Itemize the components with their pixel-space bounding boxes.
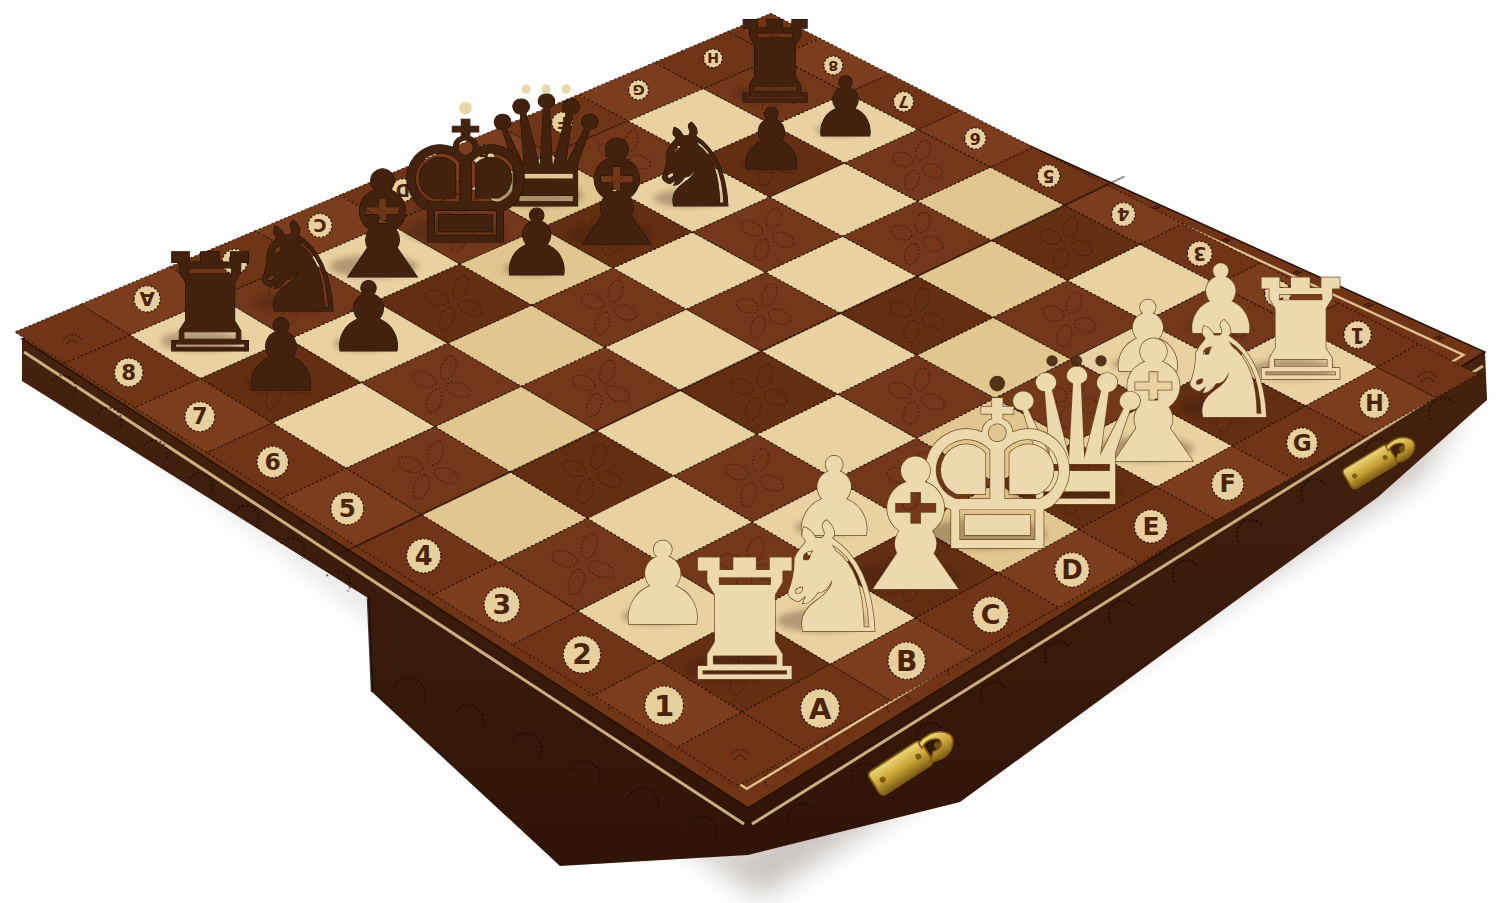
svg-text:3: 3	[493, 589, 512, 620]
chess-board: AABBCCDDEEFFGGHH1122334455667788♜♟♟♛♞♚♝♝…	[0, 0, 1500, 903]
label-rank-5-right: 5	[1037, 165, 1059, 187]
svg-text:G: G	[1293, 430, 1312, 456]
king-finial-dot	[989, 376, 1005, 392]
piece-brown-pawn-b7[interactable]: ♟	[325, 261, 412, 374]
label-rank-6-left: 6	[257, 446, 288, 477]
label-rank-8-left: 8	[114, 358, 143, 387]
piece-brown-pawn-a7[interactable]: ♟	[236, 298, 325, 413]
piece-brown-pawn-h7[interactable]: ♟	[809, 59, 883, 155]
svg-text:7: 7	[898, 92, 909, 110]
label-file-g-top: G	[629, 80, 649, 100]
label-file-g-bottom: G	[1287, 428, 1318, 459]
queen-crown-dot	[541, 84, 550, 93]
product-photo-scene: AABBCCDDEEFFGGHH1122334455667788♜♟♟♛♞♚♝♝…	[0, 0, 1500, 903]
piece-brown-pawn-d7[interactable]: ♟	[495, 190, 577, 297]
svg-text:2: 2	[572, 638, 591, 671]
svg-text:8: 8	[121, 360, 136, 385]
svg-text:7: 7	[192, 403, 208, 429]
svg-text:H: H	[1365, 390, 1384, 416]
svg-text:G: G	[632, 82, 644, 99]
label-rank-5-left: 5	[331, 492, 364, 525]
svg-text:5: 5	[339, 494, 356, 523]
queen-crown-dot	[561, 84, 570, 93]
piece-natural-rook-a1[interactable]: ♜	[670, 524, 819, 718]
king-finial-dot	[459, 102, 472, 115]
label-rank-3-left: 3	[484, 587, 520, 623]
label-rank-4-left: 4	[407, 539, 441, 573]
svg-text:4: 4	[415, 541, 433, 571]
queen-crown-dot	[1095, 355, 1106, 366]
label-rank-4-right: 4	[1112, 203, 1136, 227]
svg-text:4: 4	[1117, 204, 1129, 224]
label-file-h-bottom: H	[1360, 389, 1390, 419]
label-rank-7-right: 7	[893, 91, 913, 111]
label-rank-2-left: 2	[563, 636, 600, 673]
label-rank-7-left: 7	[185, 402, 215, 432]
svg-text:5: 5	[1043, 166, 1055, 186]
svg-text:6: 6	[265, 448, 281, 476]
label-rank-6-right: 6	[965, 128, 986, 149]
svg-text:H: H	[707, 50, 719, 66]
label-file-h-top: H	[704, 49, 723, 68]
svg-text:6: 6	[970, 129, 981, 148]
